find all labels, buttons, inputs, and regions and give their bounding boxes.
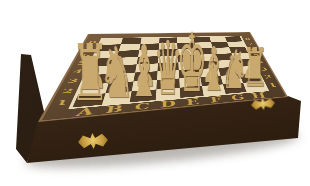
coord-rank-right-1: 1 <box>267 82 277 88</box>
coord-rank-left-1: 1 <box>54 98 70 107</box>
piece-white-rook-h1: ♜ <box>241 42 267 95</box>
product-photo-stage: ABCDEFGH1122334455667788 ♟♟♟♟♟♟♟♟♜♞♝♛♚♝♞… <box>0 0 310 186</box>
